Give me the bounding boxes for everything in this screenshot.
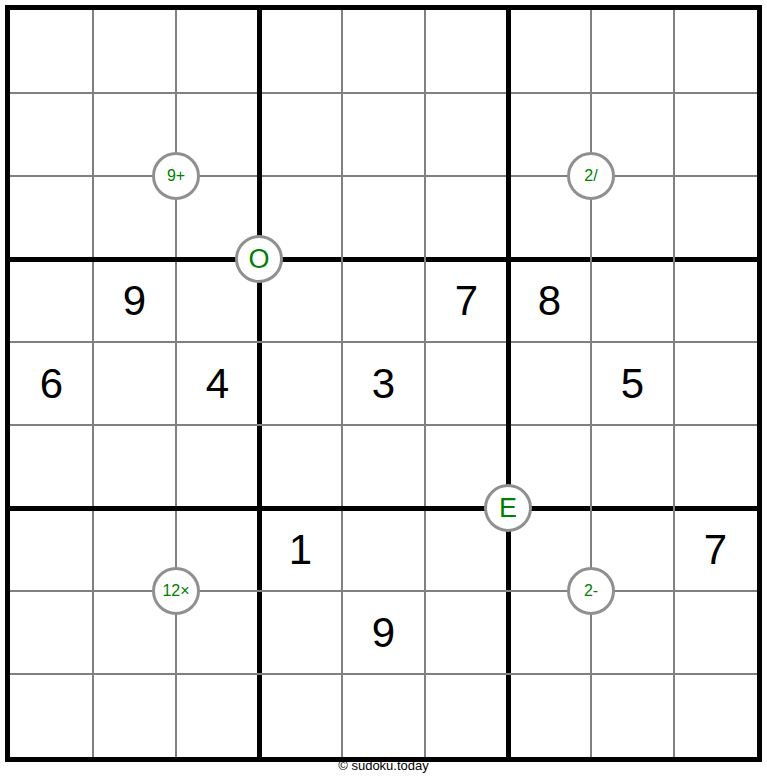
cell-r8c4[interactable] [259, 591, 342, 674]
cell-r2c6[interactable] [425, 93, 508, 176]
cell-r9c1[interactable] [10, 674, 93, 757]
cell-r6c4[interactable] [259, 425, 342, 508]
cell-r8c1[interactable] [10, 591, 93, 674]
cell-r7c4[interactable]: 1 [259, 508, 342, 591]
cell-r9c9[interactable] [674, 674, 757, 757]
cell-r8c5[interactable]: 9 [342, 591, 425, 674]
cell-r3c6[interactable] [425, 176, 508, 259]
given-digit: 4 [206, 363, 229, 405]
cell-r6c8[interactable] [591, 425, 674, 508]
cell-r1c2[interactable] [93, 10, 176, 93]
cell-r1c1[interactable] [10, 10, 93, 93]
cell-r5c8[interactable]: 5 [591, 342, 674, 425]
cell-r1c4[interactable] [259, 10, 342, 93]
cell-r6c9[interactable] [674, 425, 757, 508]
cell-r7c9[interactable]: 7 [674, 508, 757, 591]
cell-r5c4[interactable] [259, 342, 342, 425]
mathrax-clue-label: 2- [584, 583, 598, 599]
given-digit: 5 [621, 363, 644, 405]
mathrax-circle-product: 12× [152, 567, 200, 615]
mathrax-circle-difference: 2- [567, 567, 615, 615]
cell-r2c5[interactable] [342, 93, 425, 176]
cell-r9c3[interactable] [176, 674, 259, 757]
cell-r4c7[interactable]: 8 [508, 259, 591, 342]
given-digit: 9 [372, 612, 395, 654]
cell-r5c2[interactable] [93, 342, 176, 425]
cell-r7c5[interactable] [342, 508, 425, 591]
cell-r1c8[interactable] [591, 10, 674, 93]
cell-r9c2[interactable] [93, 674, 176, 757]
cell-r9c5[interactable] [342, 674, 425, 757]
cell-r8c6[interactable] [425, 591, 508, 674]
cell-r6c3[interactable] [176, 425, 259, 508]
mathrax-clue-label: 9+ [167, 168, 185, 184]
given-digit: 7 [455, 280, 478, 322]
cell-r2c1[interactable] [10, 93, 93, 176]
given-digit: 1 [289, 529, 312, 571]
mathrax-circle-even: E [484, 484, 532, 532]
cell-r6c1[interactable] [10, 425, 93, 508]
cell-r3c9[interactable] [674, 176, 757, 259]
mathrax-clue-label: E [499, 495, 517, 522]
board-frame: 97864351799+2/OE12×2- [5, 5, 762, 762]
credit-text: © sudoku.today [0, 758, 767, 773]
cell-r9c6[interactable] [425, 674, 508, 757]
puzzle-page: 97864351799+2/OE12×2- © sudoku.today [0, 0, 767, 777]
cell-r9c4[interactable] [259, 674, 342, 757]
mathrax-clue-label: 2/ [584, 168, 597, 184]
cell-r4c2[interactable]: 9 [93, 259, 176, 342]
cell-r8c9[interactable] [674, 591, 757, 674]
cell-r1c7[interactable] [508, 10, 591, 93]
board: 97864351799+2/OE12×2- [10, 10, 757, 757]
cell-r4c8[interactable] [591, 259, 674, 342]
mathrax-clue-label: 12× [162, 583, 189, 599]
cell-r1c3[interactable] [176, 10, 259, 93]
given-digit: 8 [538, 280, 561, 322]
cell-r9c8[interactable] [591, 674, 674, 757]
cell-r3c5[interactable] [342, 176, 425, 259]
mathrax-circle-sum: 9+ [152, 152, 200, 200]
mathrax-clue-label: O [248, 246, 269, 273]
cell-r1c9[interactable] [674, 10, 757, 93]
cell-r4c9[interactable] [674, 259, 757, 342]
cell-r1c6[interactable] [425, 10, 508, 93]
mathrax-circle-odd: O [235, 235, 283, 283]
cell-r4c1[interactable] [10, 259, 93, 342]
cell-r5c9[interactable] [674, 342, 757, 425]
cell-r4c5[interactable] [342, 259, 425, 342]
cell-r5c6[interactable] [425, 342, 508, 425]
cell-r5c3[interactable]: 4 [176, 342, 259, 425]
given-digit: 3 [372, 363, 395, 405]
cell-r2c4[interactable] [259, 93, 342, 176]
cell-r7c1[interactable] [10, 508, 93, 591]
mathrax-circle-division: 2/ [567, 152, 615, 200]
cell-r3c1[interactable] [10, 176, 93, 259]
cell-r9c7[interactable] [508, 674, 591, 757]
cell-r6c2[interactable] [93, 425, 176, 508]
given-digit: 9 [123, 280, 146, 322]
cell-r5c5[interactable]: 3 [342, 342, 425, 425]
cell-r5c1[interactable]: 6 [10, 342, 93, 425]
cell-r5c7[interactable] [508, 342, 591, 425]
cell-r4c6[interactable]: 7 [425, 259, 508, 342]
cell-r6c5[interactable] [342, 425, 425, 508]
given-digit: 7 [704, 529, 727, 571]
cell-r1c5[interactable] [342, 10, 425, 93]
cell-r2c9[interactable] [674, 93, 757, 176]
given-digit: 6 [40, 363, 63, 405]
